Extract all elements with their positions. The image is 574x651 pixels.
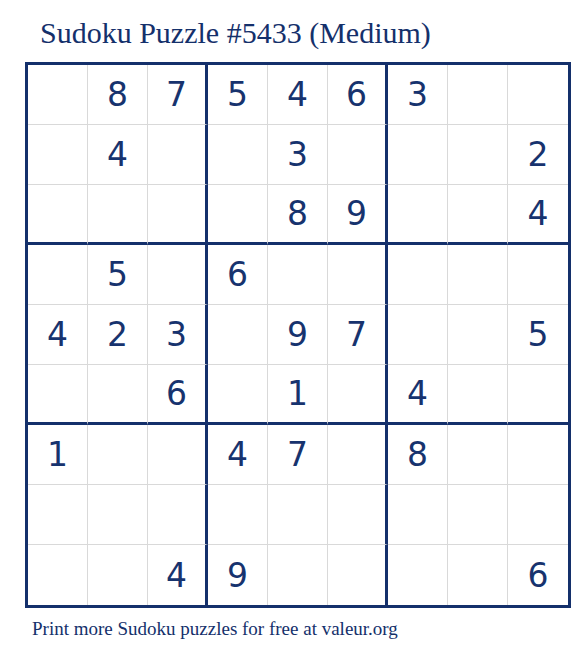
cell-r2c7[interactable]: [388, 125, 448, 185]
cell-r6c7[interactable]: 4: [388, 365, 448, 425]
cell-r1c1[interactable]: [28, 65, 88, 125]
cell-r2c3[interactable]: [148, 125, 208, 185]
cell-r5c1[interactable]: 4: [28, 305, 88, 365]
cell-r3c5[interactable]: 8: [268, 185, 328, 245]
cell-r5c3[interactable]: 3: [148, 305, 208, 365]
sudoku-grid: 875463432894564239756141478496: [25, 62, 571, 608]
cell-r8c4[interactable]: [208, 485, 268, 545]
cell-r3c1[interactable]: [28, 185, 88, 245]
cell-r7c6[interactable]: [328, 425, 388, 485]
cell-r3c9[interactable]: 4: [508, 185, 568, 245]
cell-r4c6[interactable]: [328, 245, 388, 305]
cell-r6c2[interactable]: [88, 365, 148, 425]
cell-r1c8[interactable]: [448, 65, 508, 125]
cell-r4c3[interactable]: [148, 245, 208, 305]
cell-r1c9[interactable]: [508, 65, 568, 125]
cell-r5c7[interactable]: [388, 305, 448, 365]
cell-r6c5[interactable]: 1: [268, 365, 328, 425]
cell-r4c9[interactable]: [508, 245, 568, 305]
cell-r9c7[interactable]: [388, 545, 448, 605]
cell-r3c7[interactable]: [388, 185, 448, 245]
cell-r9c9[interactable]: 6: [508, 545, 568, 605]
cell-r6c4[interactable]: [208, 365, 268, 425]
cell-r2c4[interactable]: [208, 125, 268, 185]
cell-r6c8[interactable]: [448, 365, 508, 425]
cell-r6c9[interactable]: [508, 365, 568, 425]
cell-r5c5[interactable]: 9: [268, 305, 328, 365]
cell-r9c1[interactable]: [28, 545, 88, 605]
cell-r4c4[interactable]: 6: [208, 245, 268, 305]
cell-r2c8[interactable]: [448, 125, 508, 185]
cell-r1c4[interactable]: 5: [208, 65, 268, 125]
cell-r8c2[interactable]: [88, 485, 148, 545]
cell-r3c6[interactable]: 9: [328, 185, 388, 245]
cell-r7c9[interactable]: [508, 425, 568, 485]
cell-r5c6[interactable]: 7: [328, 305, 388, 365]
cell-r1c3[interactable]: 7: [148, 65, 208, 125]
cell-r2c6[interactable]: [328, 125, 388, 185]
cell-r1c2[interactable]: 8: [88, 65, 148, 125]
cell-r6c3[interactable]: 6: [148, 365, 208, 425]
cell-r9c3[interactable]: 4: [148, 545, 208, 605]
cell-r2c1[interactable]: [28, 125, 88, 185]
cell-r9c5[interactable]: [268, 545, 328, 605]
cell-r5c2[interactable]: 2: [88, 305, 148, 365]
cell-r3c8[interactable]: [448, 185, 508, 245]
cell-r3c3[interactable]: [148, 185, 208, 245]
cell-r4c5[interactable]: [268, 245, 328, 305]
cell-r4c8[interactable]: [448, 245, 508, 305]
cell-r9c8[interactable]: [448, 545, 508, 605]
page-title: Sudoku Puzzle #5433 (Medium): [0, 0, 574, 51]
cell-r7c1[interactable]: 1: [28, 425, 88, 485]
cell-r7c5[interactable]: 7: [268, 425, 328, 485]
cell-r6c1[interactable]: [28, 365, 88, 425]
cell-r8c6[interactable]: [328, 485, 388, 545]
cell-r7c3[interactable]: [148, 425, 208, 485]
cell-r9c4[interactable]: 9: [208, 545, 268, 605]
cell-r6c6[interactable]: [328, 365, 388, 425]
sudoku-page: Sudoku Puzzle #5433 (Medium) 87546343289…: [0, 0, 574, 651]
cell-r4c7[interactable]: [388, 245, 448, 305]
cell-r7c4[interactable]: 4: [208, 425, 268, 485]
footer-credit: Print more Sudoku puzzles for free at va…: [0, 608, 574, 640]
cell-r8c3[interactable]: [148, 485, 208, 545]
cell-r2c2[interactable]: 4: [88, 125, 148, 185]
cell-r3c4[interactable]: [208, 185, 268, 245]
cell-r9c6[interactable]: [328, 545, 388, 605]
cell-r4c1[interactable]: [28, 245, 88, 305]
cell-r7c7[interactable]: 8: [388, 425, 448, 485]
cell-r4c2[interactable]: 5: [88, 245, 148, 305]
cell-r7c2[interactable]: [88, 425, 148, 485]
cell-r7c8[interactable]: [448, 425, 508, 485]
cell-r5c9[interactable]: 5: [508, 305, 568, 365]
cell-r8c8[interactable]: [448, 485, 508, 545]
cell-r5c8[interactable]: [448, 305, 508, 365]
cell-r2c9[interactable]: 2: [508, 125, 568, 185]
cell-r8c1[interactable]: [28, 485, 88, 545]
cell-r9c2[interactable]: [88, 545, 148, 605]
cell-r5c4[interactable]: [208, 305, 268, 365]
cell-r8c5[interactable]: [268, 485, 328, 545]
cell-r1c7[interactable]: 3: [388, 65, 448, 125]
cell-r3c2[interactable]: [88, 185, 148, 245]
cell-r8c7[interactable]: [388, 485, 448, 545]
cell-r8c9[interactable]: [508, 485, 568, 545]
cell-r1c6[interactable]: 6: [328, 65, 388, 125]
cell-r2c5[interactable]: 3: [268, 125, 328, 185]
cell-r1c5[interactable]: 4: [268, 65, 328, 125]
